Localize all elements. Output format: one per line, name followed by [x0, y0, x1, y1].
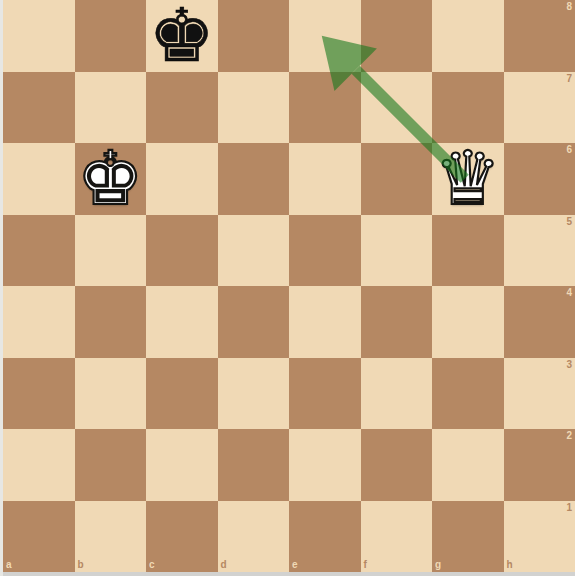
square-h8[interactable]: 8 — [504, 0, 575, 72]
square-e3[interactable] — [289, 358, 361, 430]
square-f4[interactable] — [361, 286, 433, 358]
square-d1[interactable]: d — [218, 501, 290, 573]
square-b5[interactable] — [75, 215, 147, 287]
file-label-b: b — [78, 560, 84, 570]
file-label-e: e — [292, 560, 298, 570]
square-g6[interactable]: ♛ — [432, 143, 504, 215]
square-e7[interactable] — [289, 72, 361, 144]
rank-label-7: 7 — [566, 74, 572, 84]
file-label-g: g — [435, 560, 441, 570]
file-label-c: c — [149, 560, 155, 570]
square-b1[interactable]: b — [75, 501, 147, 573]
square-g4[interactable] — [432, 286, 504, 358]
square-b6[interactable]: ♚ — [75, 143, 147, 215]
square-a5[interactable] — [3, 215, 75, 287]
square-d5[interactable] — [218, 215, 290, 287]
rank-label-8: 8 — [566, 2, 572, 12]
square-a2[interactable] — [3, 429, 75, 501]
square-c6[interactable] — [146, 143, 218, 215]
square-h7[interactable]: 7 — [504, 72, 575, 144]
square-c3[interactable] — [146, 358, 218, 430]
square-h3[interactable]: 3 — [504, 358, 575, 430]
square-b2[interactable] — [75, 429, 147, 501]
rank-label-2: 2 — [566, 431, 572, 441]
square-f5[interactable] — [361, 215, 433, 287]
square-d6[interactable] — [218, 143, 290, 215]
square-h5[interactable]: 5 — [504, 215, 575, 287]
square-e1[interactable]: e — [289, 501, 361, 573]
square-a8[interactable] — [3, 0, 75, 72]
square-f7[interactable] — [361, 72, 433, 144]
rank-label-4: 4 — [566, 288, 572, 298]
square-h4[interactable]: 4 — [504, 286, 575, 358]
square-h1[interactable]: 1h — [504, 501, 575, 573]
square-c5[interactable] — [146, 215, 218, 287]
square-d8[interactable] — [218, 0, 290, 72]
rank-label-3: 3 — [566, 360, 572, 370]
square-g3[interactable] — [432, 358, 504, 430]
square-d3[interactable] — [218, 358, 290, 430]
rank-label-1: 1 — [566, 503, 572, 513]
piece-white-queen[interactable]: ♛ — [435, 143, 501, 215]
square-g5[interactable] — [432, 215, 504, 287]
square-f8[interactable] — [361, 0, 433, 72]
square-d7[interactable] — [218, 72, 290, 144]
square-c8[interactable]: ♚ — [146, 0, 218, 72]
square-g2[interactable] — [432, 429, 504, 501]
square-a4[interactable] — [3, 286, 75, 358]
square-c2[interactable] — [146, 429, 218, 501]
square-e6[interactable] — [289, 143, 361, 215]
file-label-a: a — [6, 560, 12, 570]
square-h2[interactable]: 2 — [504, 429, 575, 501]
square-b4[interactable] — [75, 286, 147, 358]
square-f6[interactable] — [361, 143, 433, 215]
file-label-f: f — [364, 560, 367, 570]
square-c1[interactable]: c — [146, 501, 218, 573]
square-f3[interactable] — [361, 358, 433, 430]
square-f1[interactable]: f — [361, 501, 433, 573]
square-g8[interactable] — [432, 0, 504, 72]
square-e8[interactable] — [289, 0, 361, 72]
square-a7[interactable] — [3, 72, 75, 144]
piece-white-king[interactable]: ♚ — [77, 143, 143, 215]
piece-black-king[interactable]: ♚ — [149, 0, 215, 72]
file-label-h: h — [507, 560, 513, 570]
square-h6[interactable]: 6 — [504, 143, 575, 215]
square-f2[interactable] — [361, 429, 433, 501]
square-e5[interactable] — [289, 215, 361, 287]
square-c7[interactable] — [146, 72, 218, 144]
square-d2[interactable] — [218, 429, 290, 501]
square-a3[interactable] — [3, 358, 75, 430]
rank-label-5: 5 — [566, 217, 572, 227]
rank-label-6: 6 — [566, 145, 572, 155]
square-g7[interactable] — [432, 72, 504, 144]
square-b8[interactable] — [75, 0, 147, 72]
square-c4[interactable] — [146, 286, 218, 358]
square-b3[interactable] — [75, 358, 147, 430]
square-e2[interactable] — [289, 429, 361, 501]
square-g1[interactable]: g — [432, 501, 504, 573]
square-d4[interactable] — [218, 286, 290, 358]
square-e4[interactable] — [289, 286, 361, 358]
square-a6[interactable] — [3, 143, 75, 215]
square-a1[interactable]: a — [3, 501, 75, 573]
file-label-d: d — [221, 560, 227, 570]
square-b7[interactable] — [75, 72, 147, 144]
chess-board: ♚87♚♛65432abcdefg1h — [3, 0, 575, 572]
